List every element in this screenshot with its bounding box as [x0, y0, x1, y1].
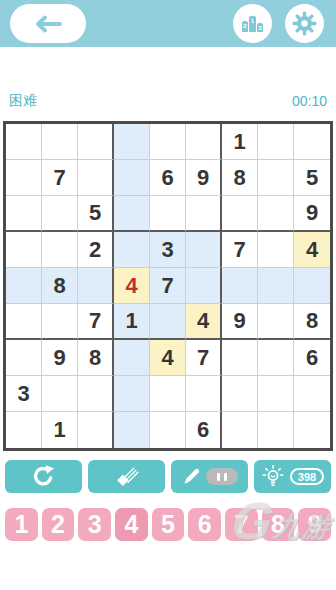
pencil-toggle[interactable]: [206, 468, 238, 485]
cell-r2c7[interactable]: 8: [222, 160, 258, 196]
refresh-icon: [32, 465, 55, 488]
cell-r3c4[interactable]: [114, 196, 150, 232]
header-bar: 2 1 3: [0, 0, 336, 47]
cell-r8c8[interactable]: [258, 376, 294, 412]
cell-r5c2[interactable]: 8: [42, 268, 78, 304]
cell-r6c1[interactable]: [6, 304, 42, 340]
back-arrow-icon: [33, 14, 63, 34]
cell-r7c1[interactable]: [6, 340, 42, 376]
pencil-mode-button[interactable]: [171, 460, 248, 493]
numpad-key-8[interactable]: 8: [262, 508, 295, 541]
cell-r4c4[interactable]: [114, 232, 150, 268]
cell-r3c7[interactable]: [222, 196, 258, 232]
podium-bar-2: 2: [242, 21, 248, 32]
cell-r3c1[interactable]: [6, 196, 42, 232]
cell-r7c9[interactable]: 6: [294, 340, 330, 376]
cell-r5c8[interactable]: [258, 268, 294, 304]
numpad-key-4[interactable]: 4: [115, 508, 148, 541]
cell-r7c7[interactable]: [222, 340, 258, 376]
cell-r1c6[interactable]: [186, 124, 222, 160]
podium-bar-1: 1: [249, 16, 256, 32]
podium-bar-3: 3: [257, 23, 263, 32]
cell-r9c9[interactable]: [294, 412, 330, 448]
leaderboard-icon: 2 1 3: [242, 16, 263, 32]
difficulty-label: 困难: [9, 92, 37, 110]
cell-r3c5[interactable]: [150, 196, 186, 232]
cell-r9c7[interactable]: [222, 412, 258, 448]
cell-r7c6[interactable]: 7: [186, 340, 222, 376]
cell-r6c7[interactable]: 9: [222, 304, 258, 340]
cell-r4c6[interactable]: [186, 232, 222, 268]
cell-r3c2[interactable]: [42, 196, 78, 232]
numpad-key-3[interactable]: 3: [78, 508, 111, 541]
cell-r8c7[interactable]: [222, 376, 258, 412]
cell-r3c8[interactable]: [258, 196, 294, 232]
cell-r5c3[interactable]: [78, 268, 114, 304]
cell-r1c4[interactable]: [114, 124, 150, 160]
cell-r2c6[interactable]: 9: [186, 160, 222, 196]
cell-r9c8[interactable]: [258, 412, 294, 448]
gear-icon: [292, 11, 317, 36]
lightbulb-icon: [261, 465, 285, 489]
cell-r9c6[interactable]: 6: [186, 412, 222, 448]
cell-r8c1[interactable]: 3: [6, 376, 42, 412]
cell-r4c8[interactable]: [258, 232, 294, 268]
cell-r8c3[interactable]: [78, 376, 114, 412]
cell-r3c3[interactable]: 5: [78, 196, 114, 232]
cell-r6c8[interactable]: [258, 304, 294, 340]
cell-r4c3[interactable]: 2: [78, 232, 114, 268]
toolbar: 398: [0, 460, 336, 493]
cell-r1c1[interactable]: [6, 124, 42, 160]
cell-r2c1[interactable]: [6, 160, 42, 196]
cell-r2c4[interactable]: [114, 160, 150, 196]
numpad-key-6[interactable]: 6: [188, 508, 221, 541]
cell-r8c5[interactable]: [150, 376, 186, 412]
cell-r4c7[interactable]: 7: [222, 232, 258, 268]
cell-r9c5[interactable]: [150, 412, 186, 448]
sudoku-grid: 1769855923748477149898476316: [6, 124, 330, 448]
cell-r5c7[interactable]: [222, 268, 258, 304]
cell-r9c2[interactable]: 1: [42, 412, 78, 448]
cell-r5c1[interactable]: [6, 268, 42, 304]
sudoku-board: 1769855923748477149898476316: [3, 121, 333, 451]
cell-r9c1[interactable]: [6, 412, 42, 448]
cell-r8c6[interactable]: [186, 376, 222, 412]
cell-r5c9[interactable]: [294, 268, 330, 304]
cell-r2c9[interactable]: 5: [294, 160, 330, 196]
cell-r6c3[interactable]: 7: [78, 304, 114, 340]
cell-r7c2[interactable]: 9: [42, 340, 78, 376]
header-actions: 2 1 3: [233, 4, 324, 43]
cell-r7c3[interactable]: 8: [78, 340, 114, 376]
cell-r9c3[interactable]: [78, 412, 114, 448]
cell-r5c4[interactable]: 4: [114, 268, 150, 304]
numpad-key-5[interactable]: 5: [152, 508, 185, 541]
cell-r6c6[interactable]: 4: [186, 304, 222, 340]
eraser-icon: [114, 464, 139, 489]
cell-r8c4[interactable]: [114, 376, 150, 412]
cell-r1c5[interactable]: [150, 124, 186, 160]
cell-r6c9[interactable]: 8: [294, 304, 330, 340]
cell-r1c2[interactable]: [42, 124, 78, 160]
cell-r4c5[interactable]: 3: [150, 232, 186, 268]
pencil-icon: [182, 467, 201, 486]
back-button[interactable]: [10, 4, 86, 43]
cell-r2c5[interactable]: 6: [150, 160, 186, 196]
sudoku-app: 2 1 3: [0, 0, 336, 590]
cell-r1c7[interactable]: 1: [222, 124, 258, 160]
cell-r4c9[interactable]: 4: [294, 232, 330, 268]
cell-r1c3[interactable]: [78, 124, 114, 160]
cell-r5c6[interactable]: [186, 268, 222, 304]
erase-button[interactable]: [88, 460, 165, 493]
cell-r4c1[interactable]: [6, 232, 42, 268]
numpad-key-1[interactable]: 1: [5, 508, 38, 541]
timer: 00:10: [292, 93, 327, 109]
numpad-key-9[interactable]: 9: [298, 508, 331, 541]
number-pad: 123456789: [0, 508, 336, 541]
status-row: 困难 00:10: [0, 92, 336, 110]
cell-r3c6[interactable]: [186, 196, 222, 232]
cell-r4c2[interactable]: [42, 232, 78, 268]
hint-button[interactable]: 398: [254, 460, 331, 493]
cell-r2c3[interactable]: [78, 160, 114, 196]
cell-r6c2[interactable]: [42, 304, 78, 340]
cell-r7c4[interactable]: [114, 340, 150, 376]
cell-r8c2[interactable]: [42, 376, 78, 412]
restart-button[interactable]: [5, 460, 82, 493]
settings-button[interactable]: [285, 4, 324, 43]
cell-r1c8[interactable]: [258, 124, 294, 160]
cell-r7c5[interactable]: 4: [150, 340, 186, 376]
cell-r3c9[interactable]: 9: [294, 196, 330, 232]
cell-r6c4[interactable]: 1: [114, 304, 150, 340]
numpad-key-2[interactable]: 2: [42, 508, 75, 541]
hint-count-badge: 398: [290, 468, 324, 485]
cell-r2c8[interactable]: [258, 160, 294, 196]
cell-r2c2[interactable]: 7: [42, 160, 78, 196]
numpad-key-7[interactable]: 7: [225, 508, 258, 541]
leaderboard-button[interactable]: 2 1 3: [233, 4, 272, 43]
cell-r1c9[interactable]: [294, 124, 330, 160]
cell-r7c8[interactable]: [258, 340, 294, 376]
cell-r6c5[interactable]: [150, 304, 186, 340]
cell-r8c9[interactable]: [294, 376, 330, 412]
cell-r5c5[interactable]: 7: [150, 268, 186, 304]
cell-r9c4[interactable]: [114, 412, 150, 448]
